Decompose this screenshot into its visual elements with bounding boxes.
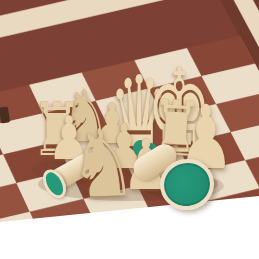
product-photo: ♞♟♛♚♜♟♜♟♟♞♟ [0,0,259,259]
chess-pieces-pile: ♞♟♛♚♜♟♜♟♟♞♟ [0,0,259,259]
cropped-dark-piece-edge [0,106,10,123]
